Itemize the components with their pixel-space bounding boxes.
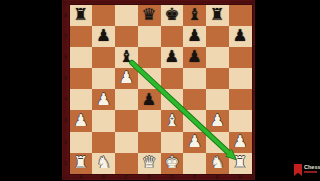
square-c5[interactable]: ♟ <box>115 68 138 89</box>
black-bishop[interactable]: ♝ <box>187 6 202 23</box>
square-a4[interactable] <box>70 89 93 110</box>
square-a5[interactable] <box>70 68 93 89</box>
square-e7[interactable] <box>161 26 184 47</box>
square-c8[interactable] <box>115 5 138 26</box>
square-d6[interactable] <box>138 47 161 68</box>
square-d1[interactable]: ♛ <box>138 153 161 174</box>
square-c7[interactable] <box>115 26 138 47</box>
square-b8[interactable] <box>92 5 115 26</box>
square-g5[interactable] <box>206 68 229 89</box>
square-e2[interactable] <box>161 132 184 153</box>
white-knight[interactable]: ♞ <box>210 155 225 172</box>
black-pawn[interactable]: ♟ <box>164 49 179 66</box>
white-pawn[interactable]: ♟ <box>119 70 134 87</box>
rank-label-2: 2 <box>62 132 70 153</box>
square-b4[interactable]: ♟ <box>92 89 115 110</box>
white-queen[interactable]: ♛ <box>142 155 157 172</box>
square-e4[interactable] <box>161 89 184 110</box>
white-king[interactable]: ♚ <box>164 155 179 172</box>
square-f7[interactable]: ♟ <box>183 26 206 47</box>
square-h3[interactable] <box>229 110 252 131</box>
black-pawn[interactable]: ♟ <box>96 28 111 45</box>
watermark-text: Chess <box>304 164 320 170</box>
watermark-subtext-bar <box>304 171 317 173</box>
square-g7[interactable] <box>206 26 229 47</box>
square-h8[interactable] <box>229 5 252 26</box>
square-c6[interactable]: ♝ <box>115 47 138 68</box>
white-pawn[interactable]: ♟ <box>233 133 248 150</box>
white-rook[interactable]: ♜ <box>73 155 88 172</box>
chess-board-frame: 87654321 ♜♛♚♝♜♟♟♟♝♟♟♟♟♟♟♝♟♟♟♜♞♛♚♞♜ ABCDE… <box>62 0 255 180</box>
square-e3[interactable]: ♝ <box>161 110 184 131</box>
watermark-ribbon-icon <box>294 164 302 176</box>
black-pawn[interactable]: ♟ <box>233 28 248 45</box>
rank-label-4: 4 <box>62 89 70 110</box>
file-label-b: B <box>92 174 115 181</box>
square-g2[interactable] <box>206 132 229 153</box>
file-label-a: A <box>70 174 93 181</box>
square-h7[interactable]: ♟ <box>229 26 252 47</box>
square-a6[interactable] <box>70 47 93 68</box>
square-c2[interactable] <box>115 132 138 153</box>
rank-label-6: 6 <box>62 47 70 68</box>
square-f6[interactable]: ♟ <box>183 47 206 68</box>
square-g8[interactable]: ♜ <box>206 5 229 26</box>
watermark-text-block: Chess <box>304 164 320 173</box>
square-g6[interactable] <box>206 47 229 68</box>
file-label-f: F <box>183 174 206 181</box>
square-d2[interactable] <box>138 132 161 153</box>
square-h4[interactable] <box>229 89 252 110</box>
square-g4[interactable] <box>206 89 229 110</box>
white-knight[interactable]: ♞ <box>96 155 111 172</box>
square-d3[interactable] <box>138 110 161 131</box>
white-bishop[interactable]: ♝ <box>164 112 179 129</box>
black-king[interactable]: ♚ <box>164 6 179 23</box>
rank-labels: 87654321 <box>62 5 70 175</box>
white-rook[interactable]: ♜ <box>233 155 248 172</box>
square-a7[interactable] <box>70 26 93 47</box>
square-f3[interactable] <box>183 110 206 131</box>
rank-label-7: 7 <box>62 26 70 47</box>
white-pawn[interactable]: ♟ <box>210 112 225 129</box>
square-e5[interactable] <box>161 68 184 89</box>
square-a2[interactable] <box>70 132 93 153</box>
square-b3[interactable] <box>92 110 115 131</box>
file-label-h: H <box>229 174 252 181</box>
white-pawn[interactable]: ♟ <box>96 91 111 108</box>
black-pawn[interactable]: ♟ <box>187 28 202 45</box>
file-label-g: G <box>206 174 229 181</box>
file-label-e: E <box>161 174 184 181</box>
white-pawn[interactable]: ♟ <box>187 133 202 150</box>
rank-label-5: 5 <box>62 68 70 89</box>
square-e1[interactable]: ♚ <box>161 153 184 174</box>
file-label-d: D <box>138 174 161 181</box>
black-queen[interactable]: ♛ <box>142 6 157 23</box>
square-f2[interactable]: ♟ <box>183 132 206 153</box>
square-f8[interactable]: ♝ <box>183 5 206 26</box>
file-labels: ABCDEFGH <box>70 174 252 181</box>
black-bishop[interactable]: ♝ <box>119 49 134 66</box>
white-pawn[interactable]: ♟ <box>73 112 88 129</box>
square-h5[interactable] <box>229 68 252 89</box>
video-frame: 87654321 ♜♛♚♝♜♟♟♟♝♟♟♟♟♟♟♝♟♟♟♜♞♛♚♞♜ ABCDE… <box>0 0 320 180</box>
square-d5[interactable] <box>138 68 161 89</box>
square-h1[interactable]: ♜ <box>229 153 252 174</box>
square-h6[interactable] <box>229 47 252 68</box>
square-a1[interactable]: ♜ <box>70 153 93 174</box>
rank-label-8: 8 <box>62 5 70 26</box>
rank-label-1: 1 <box>62 153 70 174</box>
square-b6[interactable] <box>92 47 115 68</box>
square-b5[interactable] <box>92 68 115 89</box>
square-f4[interactable] <box>183 89 206 110</box>
black-pawn[interactable]: ♟ <box>142 91 157 108</box>
chess-board: ♜♛♚♝♜♟♟♟♝♟♟♟♟♟♟♝♟♟♟♜♞♛♚♞♜ <box>70 5 252 175</box>
square-f5[interactable] <box>183 68 206 89</box>
black-rook[interactable]: ♜ <box>73 6 88 23</box>
square-g3[interactable]: ♟ <box>206 110 229 131</box>
square-d8[interactable]: ♛ <box>138 5 161 26</box>
square-b2[interactable] <box>92 132 115 153</box>
rank-label-3: 3 <box>62 110 70 131</box>
square-e6[interactable]: ♟ <box>161 47 184 68</box>
square-d4[interactable]: ♟ <box>138 89 161 110</box>
watermark: Chess <box>294 164 320 176</box>
square-c3[interactable] <box>115 110 138 131</box>
square-g1[interactable]: ♞ <box>206 153 229 174</box>
square-b1[interactable]: ♞ <box>92 153 115 174</box>
square-h2[interactable]: ♟ <box>229 132 252 153</box>
black-pawn[interactable]: ♟ <box>187 49 202 66</box>
file-label-c: C <box>115 174 138 181</box>
black-rook[interactable]: ♜ <box>210 6 225 23</box>
square-c4[interactable] <box>115 89 138 110</box>
square-e8[interactable]: ♚ <box>161 5 184 26</box>
square-b7[interactable]: ♟ <box>92 26 115 47</box>
square-a3[interactable]: ♟ <box>70 110 93 131</box>
square-a8[interactable]: ♜ <box>70 5 93 26</box>
square-c1[interactable] <box>115 153 138 174</box>
square-f1[interactable] <box>183 153 206 174</box>
square-d7[interactable] <box>138 26 161 47</box>
